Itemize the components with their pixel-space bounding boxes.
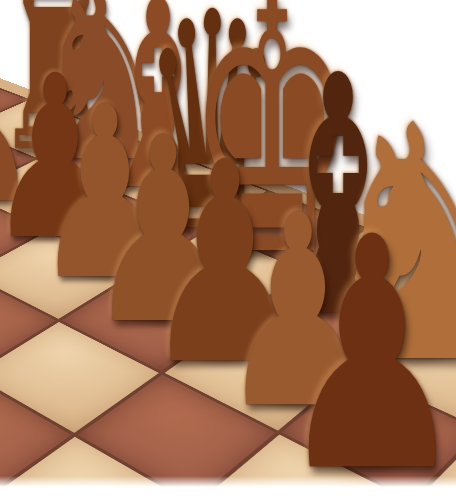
- piece-shadow-f1: [285, 291, 391, 319]
- piece-shadow-f2: [256, 387, 341, 410]
- pieces-layer: ♜♞♝♟♛♟♚♟♝♟♞♟♟♟: [0, 0, 456, 500]
- piece-shadow-b1: [66, 143, 141, 163]
- piece-rook-a1: ♜: [0, 0, 168, 187]
- king-glyph: ♚: [187, 0, 356, 304]
- piece-king-e1: ♚: [115, 0, 429, 304]
- piece-pawn-d2: ♟: [48, 103, 278, 359]
- chess-set-product-photo: ♜♞♝♟♛♟♚♟♝♟♞♟♟♟: [0, 0, 456, 500]
- piece-shadow-e1: [216, 228, 328, 258]
- piece-queen-d1: ♛: [78, 0, 347, 274]
- pawn-glyph: ♟: [0, 46, 122, 271]
- knight-glyph: ♞: [30, 0, 176, 194]
- photo-bottom-white-band: [0, 476, 456, 500]
- bishop-glyph: ♝: [255, 33, 421, 363]
- piece-shadow-g1: [368, 338, 456, 366]
- piece-pawn-g2: ♟: [229, 195, 456, 500]
- pawn-glyph: ♟: [143, 126, 307, 403]
- pawn-glyph: ♟: [220, 180, 377, 445]
- bishop-glyph: ♝: [93, 0, 224, 226]
- piece-pawn-e2: ♟: [101, 126, 349, 403]
- piece-bishop-c1: ♝: [41, 0, 274, 226]
- piece-shadow-a1: [16, 132, 96, 153]
- piece-knight-b1: ♞: [0, 0, 207, 194]
- piece-pawn-a2: ♟: [0, 0, 78, 237]
- piece-shadow-c2: [67, 261, 143, 281]
- pawn-glyph: ♟: [277, 195, 456, 500]
- piece-shadow-d1: [164, 209, 260, 235]
- piece-shadow-b2: [19, 222, 91, 241]
- knight-glyph: ♞: [318, 83, 456, 408]
- pawn-glyph: ♟: [87, 103, 238, 359]
- rook-glyph: ♜: [0, 0, 121, 187]
- queen-glyph: ♛: [142, 0, 282, 274]
- piece-pawn-b2: ♟: [0, 46, 156, 271]
- pawn-glyph: ♟: [35, 75, 176, 313]
- piece-knight-g1: ♞: [274, 83, 456, 408]
- piece-pawn-f2: ♟: [179, 180, 417, 445]
- pawn-glyph: ♟: [0, 0, 41, 237]
- piece-pawn-c2: ♟: [0, 75, 212, 313]
- piece-shadow-a2: [0, 185, 8, 205]
- piece-shadow-e2: [181, 343, 270, 367]
- piece-shadow-c1: [116, 170, 199, 192]
- piece-shadow-d2: [122, 304, 204, 326]
- piece-bishop-f1: ♝: [190, 33, 456, 363]
- piece-shadow-g2: [321, 446, 423, 473]
